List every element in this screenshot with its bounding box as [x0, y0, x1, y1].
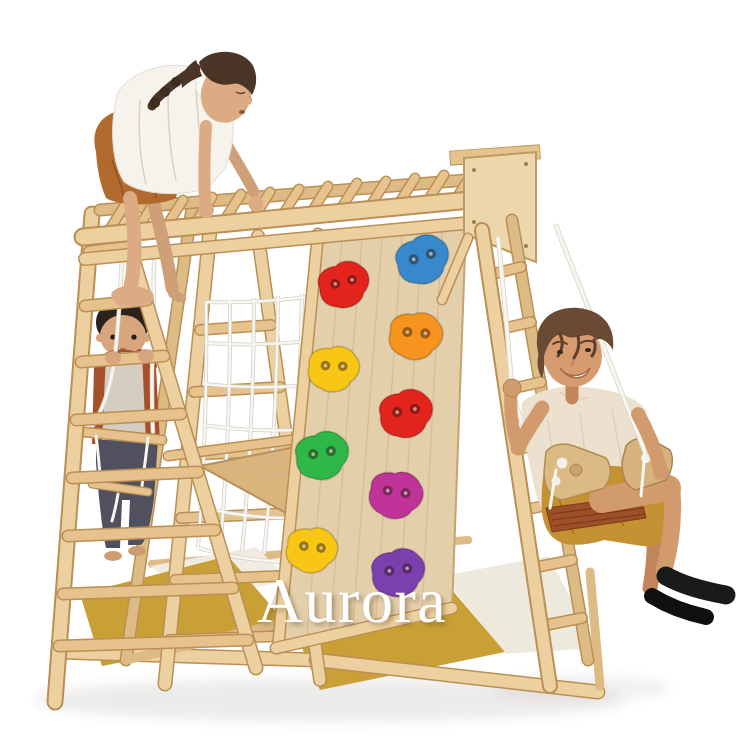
- boy-hand-left: [503, 379, 521, 397]
- left-ladder-outer-rail: [55, 214, 92, 702]
- boy-hand-right: [653, 464, 669, 480]
- watermark-text: Aurora: [257, 565, 447, 636]
- boy-sock-front: [666, 576, 726, 595]
- climbing-gym-scene: Aurora Aurora: [0, 0, 750, 750]
- girl-hand-right: [249, 197, 264, 212]
- product-photo-canvas: Aurora Aurora: [0, 0, 750, 750]
- boy-sock-back: [652, 596, 706, 617]
- watermark: Aurora Aurora: [257, 565, 450, 639]
- girl-hand-left: [198, 202, 214, 218]
- base-corner-post: [590, 572, 600, 686]
